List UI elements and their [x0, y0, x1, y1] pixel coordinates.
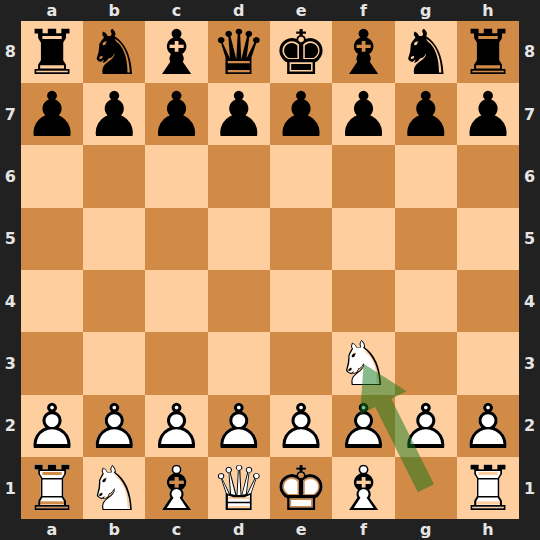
rank-label-3: 3 — [519, 332, 540, 394]
square-a4[interactable] — [21, 270, 83, 332]
square-g4[interactable] — [395, 270, 457, 332]
white-pawn-outline-layer: ♙ — [395, 396, 457, 458]
black-pawn-glyph: ♟ — [83, 84, 145, 146]
black-king-glyph: ♚ — [270, 22, 332, 84]
square-b3[interactable] — [83, 332, 145, 394]
white-rook-outline-layer: ♖ — [457, 458, 519, 520]
white-knight[interactable]: ♞♘ — [332, 332, 394, 394]
black-rook-glyph: ♜ — [21, 22, 83, 84]
board-squares: ♜♞♝♛♚♝♞♜♟♟♟♟♟♟♟♟♞♘♟♙♟♙♟♙♟♙♟♙♟♙♟♙♟♙♜♖♞♘♝♗… — [21, 21, 519, 519]
white-pawn[interactable]: ♟♙ — [21, 395, 83, 457]
rank-label-4: 4 — [0, 270, 21, 332]
square-c2[interactable]: ♟♙ — [145, 395, 207, 457]
white-pawn[interactable]: ♟♙ — [457, 395, 519, 457]
square-d2[interactable]: ♟♙ — [208, 395, 270, 457]
black-pawn-glyph: ♟ — [145, 84, 207, 146]
rank-label-2: 2 — [0, 395, 21, 457]
white-pawn-outline-layer: ♙ — [270, 396, 332, 458]
white-pawn[interactable]: ♟♙ — [395, 395, 457, 457]
white-bishop-outline-layer: ♗ — [332, 458, 394, 520]
square-g7[interactable]: ♟ — [395, 83, 457, 145]
white-pawn[interactable]: ♟♙ — [332, 395, 394, 457]
square-h5[interactable] — [457, 208, 519, 270]
square-c3[interactable] — [145, 332, 207, 394]
white-knight-outline-layer: ♘ — [332, 333, 394, 395]
square-h2[interactable]: ♟♙ — [457, 395, 519, 457]
black-rook[interactable]: ♜ — [457, 21, 519, 83]
square-e4[interactable] — [270, 270, 332, 332]
black-knight[interactable]: ♞ — [83, 21, 145, 83]
black-rook-glyph: ♜ — [457, 22, 519, 84]
black-pawn[interactable]: ♟ — [208, 83, 270, 145]
square-c1[interactable]: ♝♗ — [145, 457, 207, 519]
white-pawn[interactable]: ♟♙ — [208, 395, 270, 457]
rank-label-4: 4 — [519, 270, 540, 332]
rank-labels-left: 87654321 — [0, 21, 21, 519]
black-pawn-glyph: ♟ — [457, 84, 519, 146]
square-f2[interactable]: ♟♙ — [332, 395, 394, 457]
square-d7[interactable]: ♟ — [208, 83, 270, 145]
white-pawn-outline-layer: ♙ — [21, 396, 83, 458]
square-e2[interactable]: ♟♙ — [270, 395, 332, 457]
black-pawn-glyph: ♟ — [21, 84, 83, 146]
square-e5[interactable] — [270, 208, 332, 270]
chessboard: abcdefgh abcdefgh 87654321 87654321 ♜♞♝♛… — [0, 0, 540, 540]
white-pawn[interactable]: ♟♙ — [270, 395, 332, 457]
white-rook-outline-layer: ♖ — [21, 458, 83, 520]
white-pawn-outline-layer: ♙ — [145, 396, 207, 458]
square-b4[interactable] — [83, 270, 145, 332]
square-g1[interactable] — [395, 457, 457, 519]
square-f8[interactable]: ♝ — [332, 21, 394, 83]
rank-label-7: 7 — [519, 83, 540, 145]
black-pawn-glyph: ♟ — [270, 84, 332, 146]
black-bishop-glyph: ♝ — [145, 22, 207, 84]
rank-label-6: 6 — [0, 145, 21, 207]
white-bishop[interactable]: ♝♗ — [332, 457, 394, 519]
white-bishop[interactable]: ♝♗ — [145, 457, 207, 519]
square-d6[interactable] — [208, 145, 270, 207]
square-a3[interactable] — [21, 332, 83, 394]
square-c4[interactable] — [145, 270, 207, 332]
white-pawn-outline-layer: ♙ — [332, 396, 394, 458]
white-pawn[interactable]: ♟♙ — [145, 395, 207, 457]
square-a1[interactable]: ♜♖ — [21, 457, 83, 519]
square-a5[interactable] — [21, 208, 83, 270]
white-pawn-outline-layer: ♙ — [457, 396, 519, 458]
white-queen[interactable]: ♛♕ — [208, 457, 270, 519]
square-g3[interactable] — [395, 332, 457, 394]
rank-label-5: 5 — [0, 208, 21, 270]
white-pawn-outline-layer: ♙ — [83, 396, 145, 458]
black-pawn[interactable]: ♟ — [270, 83, 332, 145]
square-f1[interactable]: ♝♗ — [332, 457, 394, 519]
square-h8[interactable]: ♜ — [457, 21, 519, 83]
square-c7[interactable]: ♟ — [145, 83, 207, 145]
square-b1[interactable]: ♞♘ — [83, 457, 145, 519]
rank-label-8: 8 — [519, 21, 540, 83]
black-rook[interactable]: ♜ — [21, 21, 83, 83]
square-a6[interactable] — [21, 145, 83, 207]
square-a8[interactable]: ♜ — [21, 21, 83, 83]
square-g5[interactable] — [395, 208, 457, 270]
rank-label-6: 6 — [519, 145, 540, 207]
rank-label-1: 1 — [0, 457, 21, 519]
black-queen-glyph: ♛ — [208, 22, 270, 84]
square-e8[interactable]: ♚ — [270, 21, 332, 83]
black-pawn[interactable]: ♟ — [332, 83, 394, 145]
square-h4[interactable] — [457, 270, 519, 332]
black-king[interactable]: ♚ — [270, 21, 332, 83]
white-king-outline-layer: ♔ — [270, 458, 332, 520]
square-e6[interactable] — [270, 145, 332, 207]
square-c8[interactable]: ♝ — [145, 21, 207, 83]
white-pawn-outline-layer: ♙ — [208, 396, 270, 458]
square-b5[interactable] — [83, 208, 145, 270]
black-knight-glyph: ♞ — [395, 22, 457, 84]
square-a7[interactable]: ♟ — [21, 83, 83, 145]
square-b7[interactable]: ♟ — [83, 83, 145, 145]
square-h6[interactable] — [457, 145, 519, 207]
square-d8[interactable]: ♛ — [208, 21, 270, 83]
white-queen-outline-layer: ♕ — [208, 458, 270, 520]
square-e3[interactable] — [270, 332, 332, 394]
square-c6[interactable] — [145, 145, 207, 207]
black-bishop[interactable]: ♝ — [145, 21, 207, 83]
square-a2[interactable]: ♟♙ — [21, 395, 83, 457]
square-g2[interactable]: ♟♙ — [395, 395, 457, 457]
square-d3[interactable] — [208, 332, 270, 394]
black-pawn[interactable]: ♟ — [21, 83, 83, 145]
white-rook[interactable]: ♜♖ — [21, 457, 83, 519]
rank-label-5: 5 — [519, 208, 540, 270]
black-queen[interactable]: ♛ — [208, 21, 270, 83]
square-d1[interactable]: ♛♕ — [208, 457, 270, 519]
square-h1[interactable]: ♜♖ — [457, 457, 519, 519]
square-f4[interactable] — [332, 270, 394, 332]
square-e1[interactable]: ♚♔ — [270, 457, 332, 519]
black-pawn[interactable]: ♟ — [457, 83, 519, 145]
square-f6[interactable] — [332, 145, 394, 207]
square-d5[interactable] — [208, 208, 270, 270]
black-knight-glyph: ♞ — [83, 22, 145, 84]
square-h7[interactable]: ♟ — [457, 83, 519, 145]
black-pawn[interactable]: ♟ — [83, 83, 145, 145]
rank-label-1: 1 — [519, 457, 540, 519]
square-h3[interactable] — [457, 332, 519, 394]
square-g8[interactable]: ♞ — [395, 21, 457, 83]
square-d4[interactable] — [208, 270, 270, 332]
rank-label-2: 2 — [519, 395, 540, 457]
white-rook[interactable]: ♜♖ — [457, 457, 519, 519]
rank-label-3: 3 — [0, 332, 21, 394]
square-b8[interactable]: ♞ — [83, 21, 145, 83]
white-knight-outline-layer: ♘ — [83, 458, 145, 520]
black-pawn[interactable]: ♟ — [145, 83, 207, 145]
white-knight[interactable]: ♞♘ — [83, 457, 145, 519]
white-king[interactable]: ♚♔ — [270, 457, 332, 519]
file-label-g: g — [395, 519, 457, 540]
rank-label-8: 8 — [0, 21, 21, 83]
square-f3[interactable]: ♞♘ — [332, 332, 394, 394]
square-e7[interactable]: ♟ — [270, 83, 332, 145]
square-b6[interactable] — [83, 145, 145, 207]
square-c5[interactable] — [145, 208, 207, 270]
square-g6[interactable] — [395, 145, 457, 207]
black-bishop[interactable]: ♝ — [332, 21, 394, 83]
black-knight[interactable]: ♞ — [395, 21, 457, 83]
square-b2[interactable]: ♟♙ — [83, 395, 145, 457]
white-pawn[interactable]: ♟♙ — [83, 395, 145, 457]
square-f7[interactable]: ♟ — [332, 83, 394, 145]
black-pawn-glyph: ♟ — [208, 84, 270, 146]
rank-label-7: 7 — [0, 83, 21, 145]
square-f5[interactable] — [332, 208, 394, 270]
rank-labels-right: 87654321 — [519, 21, 540, 519]
black-pawn-glyph: ♟ — [332, 84, 394, 146]
black-bishop-glyph: ♝ — [332, 22, 394, 84]
black-pawn[interactable]: ♟ — [395, 83, 457, 145]
white-bishop-outline-layer: ♗ — [145, 458, 207, 520]
black-pawn-glyph: ♟ — [395, 84, 457, 146]
